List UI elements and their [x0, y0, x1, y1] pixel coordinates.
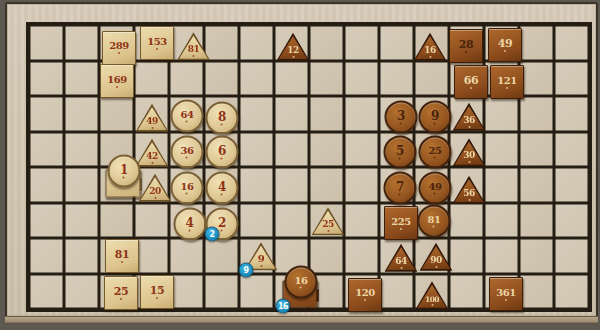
piece-black-circle-7[interactable]: 7: [384, 171, 417, 204]
piece-white-circle-64[interactable]: 64: [171, 99, 204, 132]
piece-white-square-289[interactable]: 289: [102, 31, 136, 65]
piece-black-square-28[interactable]: 28: [449, 29, 483, 63]
piece-black-triangle-56[interactable]: 56: [453, 176, 486, 204]
piece-white-square-81[interactable]: 81: [105, 239, 139, 273]
piece-value: 9: [431, 109, 439, 124]
piece-black-circle-9[interactable]: 9: [419, 100, 452, 133]
piece-value: 16: [295, 276, 308, 289]
piece-value: 1: [120, 163, 128, 178]
move-badge-16: 16: [276, 299, 291, 314]
piece-white-triangle-20[interactable]: 20: [139, 174, 172, 202]
pieces-layer: 2891538116949648423661201644225819251512…: [32, 28, 592, 312]
pyramid-top-circle: 16: [285, 266, 318, 299]
piece-value: 28: [459, 39, 473, 53]
piece-value: 66: [464, 75, 478, 89]
move-badge-2: 2: [205, 227, 220, 242]
piece-black-square-121[interactable]: 121: [490, 65, 524, 99]
piece-black-square-120[interactable]: 120: [348, 278, 382, 312]
piece-black-triangle-36[interactable]: 36: [453, 103, 486, 131]
piece-white-circle-8[interactable]: 8: [206, 101, 239, 134]
piece-value: 6: [218, 145, 226, 160]
piece-value: 20: [139, 187, 172, 199]
piece-black-triangle-16[interactable]: 16: [414, 33, 447, 61]
piece-value: 7: [396, 180, 404, 195]
piece-value: 169: [107, 75, 126, 88]
piece-black-circle-25[interactable]: 25: [419, 136, 452, 169]
piece-black-circle-3[interactable]: 3: [385, 100, 418, 133]
piece-black-square-225[interactable]: 225: [384, 206, 418, 240]
piece-black-triangle-100[interactable]: 100: [416, 281, 449, 309]
piece-black-triangle-90[interactable]: 90: [420, 243, 453, 271]
piece-black-triangle-12[interactable]: 12: [277, 33, 310, 61]
piece-value: 81: [115, 249, 129, 263]
piece-white-pyramid-1[interactable]: 1: [108, 162, 137, 191]
move-badge-9: 9: [239, 263, 254, 278]
piece-black-square-361[interactable]: 361: [489, 277, 523, 311]
piece-white-triangle-81[interactable]: 81: [177, 32, 210, 60]
piece-value: 36: [453, 116, 486, 128]
piece-black-triangle-64[interactable]: 64: [385, 244, 418, 272]
pyramid-top-circle: 1: [108, 154, 141, 187]
piece-value: 12: [277, 46, 310, 58]
piece-value: 56: [453, 189, 486, 201]
piece-value: 64: [385, 257, 418, 269]
piece-white-square-169[interactable]: 169: [100, 64, 134, 98]
piece-black-square-66[interactable]: 66: [454, 65, 488, 99]
piece-black-triangle-30[interactable]: 30: [453, 138, 486, 166]
piece-white-square-25[interactable]: 25: [104, 276, 138, 310]
piece-value: 5: [396, 145, 404, 160]
rithmomachia-board: 2891538116949648423661201644225819251512…: [5, 2, 598, 318]
piece-value: 100: [416, 296, 449, 307]
piece-value: 25: [429, 146, 442, 159]
piece-value: 16: [181, 181, 194, 194]
piece-white-circle-4[interactable]: 4: [173, 208, 206, 241]
piece-value: 153: [147, 37, 166, 50]
piece-value: 42: [136, 152, 169, 164]
piece-white-triangle-42[interactable]: 42: [136, 139, 169, 167]
piece-white-square-153[interactable]: 153: [140, 26, 174, 60]
piece-value: 36: [181, 146, 194, 159]
piece-black-circle-5[interactable]: 5: [384, 136, 417, 169]
piece-black-circle-49[interactable]: 49: [419, 171, 452, 204]
piece-value: 49: [498, 38, 512, 52]
board-grid: 2891538116949648423661201644225819251512…: [26, 22, 592, 312]
piece-white-triangle-25[interactable]: 25: [312, 207, 345, 235]
piece-value: 25: [312, 220, 345, 232]
piece-value: 81: [177, 45, 210, 57]
piece-value: 225: [391, 217, 410, 230]
piece-value: 15: [150, 285, 164, 299]
piece-white-circle-36[interactable]: 36: [171, 136, 204, 169]
piece-black-circle-81[interactable]: 81: [418, 205, 451, 238]
piece-value: 16: [414, 46, 447, 58]
piece-value: 4: [186, 217, 194, 232]
piece-value: 49: [429, 181, 442, 194]
piece-value: 361: [496, 288, 515, 301]
piece-value: 121: [497, 76, 516, 89]
piece-value: 30: [453, 151, 486, 163]
piece-white-circle-4[interactable]: 4: [206, 171, 239, 204]
piece-value: 81: [428, 215, 441, 228]
piece-value: 4: [218, 180, 226, 195]
piece-white-circle-6[interactable]: 6: [206, 136, 239, 169]
piece-white-circle-16[interactable]: 16: [171, 171, 204, 204]
piece-value: 8: [218, 110, 226, 125]
piece-black-square-49[interactable]: 49: [488, 28, 522, 62]
piece-value: 2: [218, 217, 226, 232]
piece-value: 289: [109, 41, 128, 54]
piece-white-triangle-49[interactable]: 49: [136, 104, 169, 132]
piece-value: 64: [181, 109, 194, 122]
piece-value: 120: [355, 288, 374, 301]
piece-value: 49: [136, 117, 169, 129]
piece-value: 3: [397, 109, 405, 124]
piece-white-square-15[interactable]: 15: [140, 275, 174, 309]
piece-value: 25: [114, 286, 128, 300]
piece-black-pyramid-16[interactable]: 16: [285, 274, 314, 303]
piece-value: 90: [420, 256, 453, 268]
